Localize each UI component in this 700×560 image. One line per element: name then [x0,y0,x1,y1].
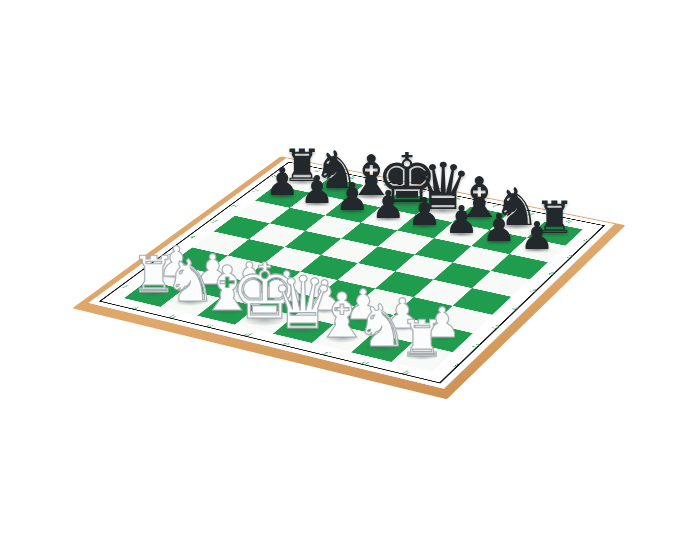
chess-board: aabbccddeeffgghh8877665544332211 [88,158,615,389]
chess-set-photo: aabbccddeeffgghh8877665544332211 ♜♞♝♟♚♟♛… [0,0,700,560]
vinyl-board-mat: aabbccddeeffgghh8877665544332211 [88,158,615,389]
board-squares-grid [124,171,582,372]
